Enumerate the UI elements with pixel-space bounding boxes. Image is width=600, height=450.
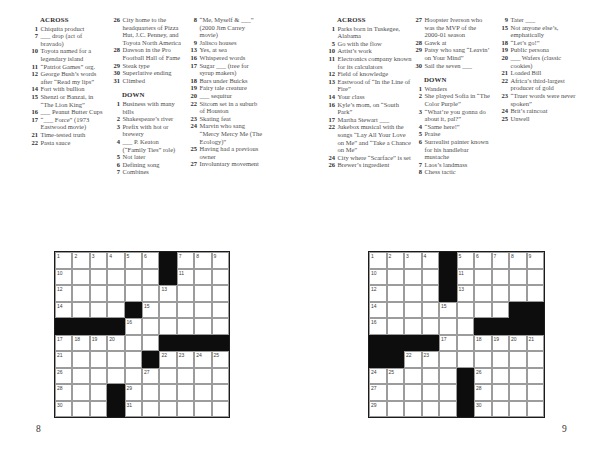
clue-number: 20 bbox=[497, 54, 511, 69]
clue-p8-D-5: 5Not later bbox=[109, 153, 183, 161]
clue-number: 2 bbox=[411, 92, 425, 107]
clue-p8-A-11: 11“Patriot Games” org. bbox=[27, 63, 106, 71]
clue-text: Wanders bbox=[425, 85, 492, 93]
p8-grid-cell-r3c7[interactable]: 13 bbox=[159, 285, 176, 302]
p8-grid-cell-r1c2[interactable]: 2 bbox=[72, 252, 89, 269]
clue-text: Prefix with hot or brewery bbox=[123, 123, 184, 138]
p8-grid-cell-r9c2[interactable] bbox=[72, 384, 89, 401]
clue-text: Business with many bills bbox=[123, 100, 184, 115]
p9-grid-cell-r4c9 bbox=[509, 302, 527, 319]
clue-number: 15 bbox=[27, 93, 41, 108]
clue-p8-A-7: 7___ drop (act of bravado) bbox=[27, 32, 106, 47]
p9-grid-cell-r10c5[interactable] bbox=[439, 401, 457, 418]
p9-grid-cell-r2c8[interactable] bbox=[492, 269, 510, 286]
down-header: DOWN bbox=[411, 76, 491, 84]
cell-number: 29 bbox=[371, 402, 377, 408]
p9-grid-cell-r7c5[interactable] bbox=[439, 351, 457, 368]
p9-grid-cell-r4c3[interactable] bbox=[404, 302, 422, 319]
p9-grid-cell-r4c8[interactable] bbox=[492, 302, 510, 319]
clue-number: 31 bbox=[109, 77, 123, 85]
p9-grid-cell-r10c8[interactable] bbox=[492, 401, 510, 418]
clue-number: 23 bbox=[186, 115, 200, 123]
clue-p8-D-17: 17Sugar ___ (tree for syrup makers) bbox=[186, 62, 263, 77]
p9-grid-cell-r2c9[interactable] bbox=[509, 269, 527, 286]
p8-grid-cell-r9c8[interactable] bbox=[177, 384, 194, 401]
clue-p8-A-15: 15Shenzi or Banzai, in “The Lion King” bbox=[27, 93, 106, 108]
clue-number: 3 bbox=[411, 108, 425, 123]
p9-grid-cell-r3c9[interactable] bbox=[509, 285, 527, 302]
p8-grid-cell-r3c2[interactable] bbox=[72, 285, 89, 302]
p9-grid-cell-r3c6[interactable]: 13 bbox=[457, 285, 475, 302]
p9-grid-cell-r9c4[interactable] bbox=[422, 384, 440, 401]
clue-number: 1 bbox=[411, 85, 425, 93]
clue-number: 8 bbox=[186, 16, 200, 39]
clue-p8-D-18: 18Bars under Buicks bbox=[186, 77, 263, 85]
p9-grid-cell-r9c7[interactable]: 28 bbox=[474, 384, 492, 401]
p9-grid-cell-r1c3[interactable]: 3 bbox=[404, 252, 422, 269]
p9-grid-cell-r9c10[interactable] bbox=[527, 384, 545, 401]
clue-p8-A-26: 26City home to the headquarters of Pizza… bbox=[109, 16, 183, 46]
p8-grid-cell-r2c3[interactable] bbox=[90, 269, 107, 286]
p9-grid-cell-r2c4[interactable] bbox=[422, 269, 440, 286]
clue-text: Martha Stewart ___ bbox=[338, 116, 413, 124]
clue-number: 16 bbox=[27, 108, 41, 116]
p8-grid-cell-r6c5[interactable] bbox=[125, 335, 142, 352]
clue-p8-D-22: 22Sitcom set in a suburb of Houston bbox=[186, 100, 263, 115]
p9-grid-cell-r1c2[interactable]: 2 bbox=[387, 252, 405, 269]
p9-grid-cell-r3c5 bbox=[439, 285, 457, 302]
p8-grid-cell-r7c7[interactable]: 22 bbox=[159, 351, 176, 368]
p8-grid-cell-r6c1[interactable]: 17 bbox=[55, 335, 72, 352]
p9-grid-cell-r6c7[interactable]: 18 bbox=[474, 335, 492, 352]
p8-grid-cell-r7c9[interactable]: 24 bbox=[194, 351, 211, 368]
p8-grid-cell-r4c2[interactable] bbox=[72, 302, 89, 319]
clue-p8-A-17: 17“___ Force” (1973 Eastwood movie) bbox=[27, 116, 106, 131]
clue-p9-D-20: 20___ Wafers (classic cookies) bbox=[497, 54, 577, 69]
cell-number: 20 bbox=[511, 336, 517, 342]
p8-grid-cell-r6c9 bbox=[194, 335, 211, 352]
clue-number: 18 bbox=[186, 77, 200, 85]
clue-p9-A-30: 30Sail the seven ___ bbox=[411, 62, 491, 70]
clue-text: ___ Peanut Butter Cups bbox=[41, 108, 107, 116]
p9-grid-cell-r10c9[interactable] bbox=[509, 401, 527, 418]
page8-grid: 1234567891011121314151617181920212223242… bbox=[54, 251, 230, 418]
cell-number: 2 bbox=[74, 253, 77, 259]
p9-grid-cell-r9c5[interactable] bbox=[439, 384, 457, 401]
p8-grid-cell-r9c6[interactable] bbox=[142, 384, 159, 401]
p8-grid-cell-r4c5 bbox=[125, 302, 142, 319]
clue-text: Steak type bbox=[123, 62, 184, 70]
clue-number: 10 bbox=[27, 47, 41, 62]
cell-number: 19 bbox=[494, 336, 500, 342]
cell-number: 31 bbox=[127, 402, 133, 408]
cell-number: 18 bbox=[74, 336, 80, 342]
p9-grid-cell-r8c4[interactable] bbox=[422, 368, 440, 385]
clue-p9-D-4: 4“Same here!” bbox=[411, 123, 491, 131]
p9-grid-cell-r3c1[interactable]: 12 bbox=[369, 285, 387, 302]
p8-grid-cell-r4c4[interactable] bbox=[107, 302, 124, 319]
p8-grid-cell-r3c10[interactable] bbox=[212, 285, 229, 302]
p8-grid-cell-r3c3[interactable] bbox=[90, 285, 107, 302]
p9-grid-cell-r2c2[interactable] bbox=[387, 269, 405, 286]
clue-p8-D-16: 16Whispered words bbox=[186, 54, 263, 62]
p8-grid-cell-r7c8[interactable]: 23 bbox=[177, 351, 194, 368]
cell-number: 11 bbox=[459, 270, 464, 276]
p8-grid-cell-r2c1[interactable]: 10 bbox=[55, 269, 72, 286]
p9-grid-cell-r9c2[interactable] bbox=[387, 384, 405, 401]
p9-grid-cell-r9c3[interactable] bbox=[404, 384, 422, 401]
p8-grid-cell-r8c1[interactable]: 26 bbox=[55, 368, 72, 385]
p9-grid-cell-r8c8[interactable] bbox=[492, 368, 510, 385]
p9-grid-cell-r6c8[interactable]: 19 bbox=[492, 335, 510, 352]
p9-grid-cell-r1c6[interactable]: 5 bbox=[457, 252, 475, 269]
clue-p8-D-13: 13Yes, at sea bbox=[186, 46, 263, 54]
p8-grid-cell-r3c4[interactable] bbox=[107, 285, 124, 302]
p9-grid-cell-r3c8[interactable] bbox=[492, 285, 510, 302]
clue-p9-A-5: 5Go with the flow bbox=[324, 40, 412, 48]
clue-text: Yes, at sea bbox=[200, 46, 264, 54]
p9-grid-cell-r6c1 bbox=[369, 335, 387, 352]
p8-grid-cell-r4c10[interactable] bbox=[212, 302, 229, 319]
p9-grid-cell-r10c7[interactable]: 30 bbox=[474, 401, 492, 418]
p8-grid-cell-r10c8[interactable] bbox=[177, 401, 194, 418]
clue-text: Toyota named for a legendary island bbox=[41, 47, 107, 62]
p9-grid-cell-r1c9[interactable]: 8 bbox=[509, 252, 527, 269]
p9-grid-cell-r3c7[interactable] bbox=[474, 285, 492, 302]
p8-grid-cell-r8c7[interactable] bbox=[159, 368, 176, 385]
p9-grid-cell-r10c3[interactable] bbox=[404, 401, 422, 418]
p8-grid-cell-r2c9[interactable] bbox=[194, 269, 211, 286]
p9-grid-cell-r7c6[interactable] bbox=[457, 351, 475, 368]
p9-grid-cell-r7c4[interactable]: 23 bbox=[422, 351, 440, 368]
p8-grid-cell-r2c4[interactable] bbox=[107, 269, 124, 286]
clue-number: 20 bbox=[186, 92, 200, 100]
cell-number: 26 bbox=[476, 369, 482, 375]
p8-grid-cell-r10c10[interactable] bbox=[212, 401, 229, 418]
p9-grid-cell-r4c1[interactable]: 14 bbox=[369, 302, 387, 319]
p8-grid-cell-r3c6[interactable] bbox=[142, 285, 159, 302]
p9-grid-cell-r9c8[interactable] bbox=[492, 384, 510, 401]
p9-grid-cell-r1c1[interactable]: 1 bbox=[369, 252, 387, 269]
cell-number: 15 bbox=[144, 303, 150, 309]
clue-number: 24 bbox=[497, 107, 511, 115]
p9-grid-cell-r1c7[interactable]: 6 bbox=[474, 252, 492, 269]
p8-grid-cell-r1c4[interactable]: 4 bbox=[107, 252, 124, 269]
across-header: ACROSS bbox=[324, 16, 412, 24]
clue-text: Parks born in Tuskegee, Alabama bbox=[338, 25, 413, 40]
p8-grid-cell-r10c1[interactable]: 30 bbox=[55, 401, 72, 418]
p9-grid-cell-r8c3[interactable] bbox=[404, 368, 422, 385]
p8-grid-cell-r2c8[interactable]: 11 bbox=[177, 269, 194, 286]
p9-grid-cell-r7c8[interactable] bbox=[492, 351, 510, 368]
p9-grid-cell-r2c1[interactable]: 10 bbox=[369, 269, 387, 286]
clue-text: Loaded Bill bbox=[511, 69, 578, 77]
p8-grid-cell-r10c4 bbox=[107, 401, 124, 418]
clue-text: “Same here!” bbox=[425, 123, 492, 131]
clue-p8-A-30: 30Superlative ending bbox=[109, 69, 183, 77]
p9-grid-cell-r5c8 bbox=[492, 318, 510, 335]
clue-number: 29 bbox=[109, 62, 123, 70]
p8-grid-cell-r4c3[interactable] bbox=[90, 302, 107, 319]
p8-grid-cell-r2c7 bbox=[159, 269, 176, 286]
clue-number: 5 bbox=[109, 153, 123, 161]
p9-grid-cell-r6c5[interactable]: 17 bbox=[439, 335, 457, 352]
p8-grid-cell-r2c2[interactable] bbox=[72, 269, 89, 286]
clue-number: 16 bbox=[186, 54, 200, 62]
p9-grid-cell-r6c10[interactable]: 21 bbox=[527, 335, 545, 352]
p9-grid-cell-r10c6 bbox=[457, 401, 475, 418]
p8-grid-cell-r9c9[interactable] bbox=[194, 384, 211, 401]
cell-number: 13 bbox=[161, 286, 167, 292]
p8-grid-cell-r6c3[interactable]: 19 bbox=[90, 335, 107, 352]
page8-clue-column-2: 26City home to the headquarters of Pizza… bbox=[109, 16, 183, 176]
p8-grid-cell-r10c2[interactable] bbox=[72, 401, 89, 418]
p9-grid-cell-r7c7[interactable] bbox=[474, 351, 492, 368]
p9-grid-cell-r8c7[interactable]: 26 bbox=[474, 368, 492, 385]
cell-number: 22 bbox=[406, 352, 412, 358]
clue-p8-A-29: 29Steak type bbox=[109, 62, 183, 70]
p9-grid-cell-r6c6[interactable] bbox=[457, 335, 475, 352]
clue-number: 28 bbox=[109, 46, 123, 61]
cell-number: 21 bbox=[57, 352, 63, 358]
clue-text: City home to the headquarters of Pizza H… bbox=[123, 16, 184, 46]
clue-p9-D-18: 18“Let’s go!” bbox=[497, 39, 577, 47]
p8-grid-cell-r5c8[interactable] bbox=[177, 318, 194, 335]
clue-p8-A-22: 22Pasta sauce bbox=[27, 139, 106, 147]
p8-grid-cell-r7c4[interactable] bbox=[107, 351, 124, 368]
p8-grid-cell-r5c7[interactable] bbox=[159, 318, 176, 335]
p8-grid-cell-r8c3[interactable] bbox=[90, 368, 107, 385]
p8-grid-cell-r7c3[interactable] bbox=[90, 351, 107, 368]
p9-grid-cell-r5c9 bbox=[509, 318, 527, 335]
clue-number: 29 bbox=[411, 46, 425, 61]
clue-text: Whispered words bbox=[200, 54, 264, 62]
clue-number: 7 bbox=[109, 168, 123, 176]
cell-number: 12 bbox=[57, 286, 63, 292]
p9-grid-cell-r4c6[interactable] bbox=[457, 302, 475, 319]
p9-grid-cell-r2c3[interactable] bbox=[404, 269, 422, 286]
clue-p9-D-9: 9Tater ___ bbox=[497, 16, 577, 24]
p8-grid-cell-r1c10[interactable]: 9 bbox=[212, 252, 229, 269]
cell-number: 1 bbox=[371, 253, 374, 259]
p9-grid-cell-r7c10[interactable] bbox=[527, 351, 545, 368]
p9-grid-cell-r4c5[interactable]: 15 bbox=[439, 302, 457, 319]
clue-text: Electronics company known for its calcul… bbox=[338, 55, 413, 70]
clue-number: 2 bbox=[109, 115, 123, 123]
page-number-right: 9 bbox=[562, 424, 567, 434]
cell-number: 29 bbox=[127, 385, 133, 391]
clue-text: Having had a previous owner bbox=[200, 145, 264, 160]
p8-grid-cell-r1c9[interactable]: 8 bbox=[194, 252, 211, 269]
p9-grid-cell-r9c9[interactable] bbox=[509, 384, 527, 401]
p8-grid-cell-r4c6[interactable]: 15 bbox=[142, 302, 159, 319]
p8-grid-cell-r9c7[interactable] bbox=[159, 384, 176, 401]
cell-number: 14 bbox=[371, 303, 377, 309]
p9-grid-cell-r6c2 bbox=[387, 335, 405, 352]
p9-grid-cell-r10c10[interactable] bbox=[527, 401, 545, 418]
clue-number: 11 bbox=[27, 63, 41, 71]
cell-number: 28 bbox=[57, 385, 63, 391]
p8-grid-cell-r7c10[interactable]: 25 bbox=[212, 351, 229, 368]
p9-grid-cell-r10c2[interactable] bbox=[387, 401, 405, 418]
cell-number: 10 bbox=[371, 270, 377, 276]
p8-grid-cell-r1c8[interactable]: 7 bbox=[177, 252, 194, 269]
clue-text: Time-tested truth bbox=[41, 131, 107, 139]
p8-grid-cell-r7c2[interactable] bbox=[72, 351, 89, 368]
p8-grid-cell-r8c2[interactable] bbox=[72, 368, 89, 385]
clue-text: She played Sofia in “The Color Purple” bbox=[425, 92, 492, 107]
p8-grid-cell-r5c2 bbox=[72, 318, 89, 335]
p9-grid-cell-r1c10[interactable]: 9 bbox=[527, 252, 545, 269]
p8-grid-cell-r6c4[interactable]: 20 bbox=[107, 335, 124, 352]
p8-grid-cell-r3c1[interactable]: 12 bbox=[55, 285, 72, 302]
cell-number: 22 bbox=[161, 352, 167, 358]
clue-text: Skating feat bbox=[200, 115, 264, 123]
p9-grid-cell-r2c10[interactable] bbox=[527, 269, 545, 286]
clue-number: 24 bbox=[186, 122, 200, 145]
p9-grid-cell-r5c2[interactable] bbox=[387, 318, 405, 335]
p8-grid-cell-r7c1[interactable]: 21 bbox=[55, 351, 72, 368]
p9-grid-cell-r8c2[interactable]: 25 bbox=[387, 368, 405, 385]
cell-number: 17 bbox=[57, 336, 63, 342]
p8-grid-cell-r8c10[interactable] bbox=[212, 368, 229, 385]
p9-grid-cell-r1c8[interactable]: 7 bbox=[492, 252, 510, 269]
p8-grid-cell-r9c3[interactable] bbox=[90, 384, 107, 401]
p9-grid-cell-r1c4[interactable]: 4 bbox=[422, 252, 440, 269]
p9-grid-cell-r5c4[interactable] bbox=[422, 318, 440, 335]
p9-grid-cell-r5c6[interactable] bbox=[457, 318, 475, 335]
clue-text: Shenzi or Banzai, in “The Lion King” bbox=[41, 93, 107, 108]
clue-number: 21 bbox=[27, 131, 41, 139]
p9-grid-cell-r7c3[interactable]: 22 bbox=[404, 351, 422, 368]
p8-grid-cell-r8c6[interactable]: 27 bbox=[142, 368, 159, 385]
cell-number: 12 bbox=[371, 286, 377, 292]
p9-grid-cell-r2c7[interactable] bbox=[474, 269, 492, 286]
p8-grid-cell-r6c7 bbox=[159, 335, 176, 352]
clue-p9-D-22: 22Africa’s third-largest producer of gol… bbox=[497, 77, 577, 92]
cell-number: 8 bbox=[511, 253, 514, 259]
p9-grid-cell-r10c4[interactable] bbox=[422, 401, 440, 418]
p8-grid-cell-r10c9[interactable] bbox=[194, 401, 211, 418]
clue-p8-D-8: 8“Me, Myself & ___” (2000 Jim Carrey mov… bbox=[186, 16, 263, 39]
p9-grid-cell-r4c7[interactable] bbox=[474, 302, 492, 319]
clue-number: 22 bbox=[324, 123, 338, 153]
p9-grid-cell-r3c2[interactable] bbox=[387, 285, 405, 302]
p8-grid-cell-r8c8[interactable] bbox=[177, 368, 194, 385]
p8-grid-cell-r6c6[interactable] bbox=[142, 335, 159, 352]
p8-grid-cell-r7c5[interactable] bbox=[125, 351, 142, 368]
p9-grid-cell-r7c2 bbox=[387, 351, 405, 368]
p8-grid-cell-r1c3[interactable]: 3 bbox=[90, 252, 107, 269]
p9-grid-cell-r8c5[interactable] bbox=[439, 368, 457, 385]
cell-number: 8 bbox=[196, 253, 199, 259]
p8-grid-cell-r9c1[interactable]: 28 bbox=[55, 384, 72, 401]
p8-grid-cell-r10c6[interactable] bbox=[142, 401, 159, 418]
p8-grid-cell-r6c2[interactable]: 18 bbox=[72, 335, 89, 352]
p9-grid-cell-r2c6[interactable]: 11 bbox=[457, 269, 475, 286]
p8-grid-cell-r1c6[interactable]: 6 bbox=[142, 252, 159, 269]
p9-grid-cell-r3c4[interactable] bbox=[422, 285, 440, 302]
cell-number: 14 bbox=[57, 303, 63, 309]
p9-grid-cell-r5c1[interactable]: 16 bbox=[369, 318, 387, 335]
clue-p8-A-1: 1Chiquita product bbox=[27, 25, 106, 33]
clue-number: 24 bbox=[324, 154, 338, 162]
p8-grid-cell-r4c7[interactable] bbox=[159, 302, 176, 319]
p8-grid-cell-r5c9[interactable] bbox=[194, 318, 211, 335]
p9-grid-cell-r3c10[interactable] bbox=[527, 285, 545, 302]
p9-grid-cell-r5c5[interactable] bbox=[439, 318, 457, 335]
p9-grid-cell-r8c1[interactable]: 24 bbox=[369, 368, 387, 385]
clue-number: 6 bbox=[109, 161, 123, 169]
p8-grid-cell-r3c5[interactable] bbox=[125, 285, 142, 302]
clue-p9-A-14: 14Your class bbox=[324, 93, 412, 101]
clue-p8-A-28: 28Dawson in the Pro Football Hall of Fam… bbox=[109, 46, 183, 61]
clue-p8-D-4: 4___ P. Keaton (“Family Ties” role) bbox=[109, 138, 183, 153]
p8-grid-cell-r8c4[interactable] bbox=[107, 368, 124, 385]
clue-number: 7 bbox=[27, 32, 41, 47]
p9-grid-cell-r3c3[interactable] bbox=[404, 285, 422, 302]
p9-grid-cell-r7c1 bbox=[369, 351, 387, 368]
p8-grid-cell-r4c8[interactable] bbox=[177, 302, 194, 319]
p9-grid-cell-r8c10[interactable] bbox=[527, 368, 545, 385]
clue-p9-A-13: 13Eastwood of “In the Line of Fire” bbox=[324, 78, 412, 93]
clue-text: ___ drop (act of bravado) bbox=[41, 32, 107, 47]
p8-grid-cell-r5c5[interactable]: 16 bbox=[125, 318, 142, 335]
p9-grid-cell-r4c2[interactable] bbox=[387, 302, 405, 319]
clue-number: 17 bbox=[27, 116, 41, 131]
p8-grid-cell-r2c5[interactable] bbox=[125, 269, 142, 286]
cell-number: 13 bbox=[459, 286, 465, 292]
p8-grid-cell-r10c3[interactable] bbox=[90, 401, 107, 418]
cell-number: 21 bbox=[529, 336, 535, 342]
p8-grid-cell-r5c6[interactable] bbox=[142, 318, 159, 335]
p8-grid-cell-r4c9[interactable] bbox=[194, 302, 211, 319]
p8-grid-cell-r2c6[interactable] bbox=[142, 269, 159, 286]
p9-grid-cell-r8c9[interactable] bbox=[509, 368, 527, 385]
clue-number: 19 bbox=[497, 46, 511, 54]
clue-number: 26 bbox=[109, 16, 123, 46]
p8-grid-cell-r1c5[interactable]: 5 bbox=[125, 252, 142, 269]
clue-p9-A-1: 1Parks born in Tuskegee, Alabama bbox=[324, 25, 412, 40]
clue-text: Defining song bbox=[123, 161, 184, 169]
p8-grid-cell-r1c1[interactable]: 1 bbox=[55, 252, 72, 269]
p8-grid-cell-r3c8[interactable] bbox=[177, 285, 194, 302]
cell-number: 4 bbox=[109, 253, 112, 259]
clue-p8-D-27: 27Involuntary movement bbox=[186, 160, 263, 168]
p9-grid-cell-r7c9[interactable] bbox=[509, 351, 527, 368]
p8-grid-cell-r2c10[interactable] bbox=[212, 269, 229, 286]
p8-grid-cell-r10c5[interactable]: 31 bbox=[125, 401, 142, 418]
p9-grid-cell-r5c3[interactable] bbox=[404, 318, 422, 335]
p8-grid-cell-r5c10[interactable] bbox=[212, 318, 229, 335]
p9-grid-cell-r9c1[interactable]: 27 bbox=[369, 384, 387, 401]
clue-p9-A-17: 17Martha Stewart ___ bbox=[324, 116, 412, 124]
p9-grid-cell-r10c1[interactable]: 29 bbox=[369, 401, 387, 418]
clue-p9-A-16: 16Kyle’s mom, on “South Park” bbox=[324, 101, 412, 116]
p9-grid-cell-r6c9[interactable]: 20 bbox=[509, 335, 527, 352]
clue-text: “Let’s go!” bbox=[511, 39, 578, 47]
p8-grid-cell-r10c7[interactable] bbox=[159, 401, 176, 418]
p9-grid-cell-r1c5 bbox=[439, 252, 457, 269]
p8-grid-cell-r8c5[interactable] bbox=[125, 368, 142, 385]
p8-grid-cell-r3c9[interactable] bbox=[194, 285, 211, 302]
p8-grid-cell-r9c5[interactable]: 29 bbox=[125, 384, 142, 401]
clue-text: Marvin who sang “Mercy Mercy Me (The Eco… bbox=[200, 122, 264, 145]
p9-grid-cell-r4c4[interactable] bbox=[422, 302, 440, 319]
p8-grid-cell-r8c9[interactable] bbox=[194, 368, 211, 385]
p8-grid-cell-r4c1[interactable]: 14 bbox=[55, 302, 72, 319]
p8-grid-cell-r9c10[interactable] bbox=[212, 384, 229, 401]
